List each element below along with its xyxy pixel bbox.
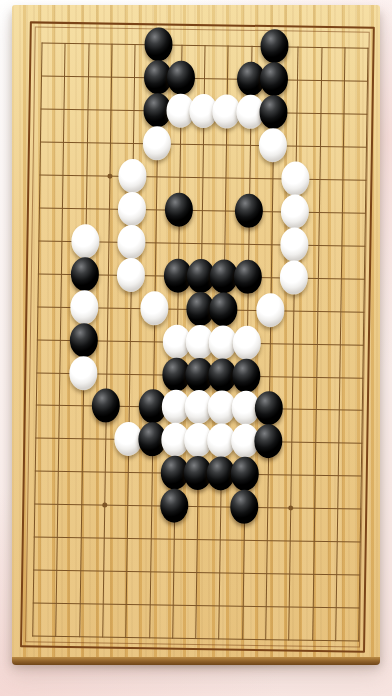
stone-black: [234, 193, 263, 227]
stone-black: [210, 292, 239, 326]
stone-white: [281, 161, 310, 195]
stone-black: [69, 323, 98, 357]
stone-white: [70, 290, 99, 324]
stone-black: [91, 389, 120, 423]
stone-black: [230, 457, 259, 491]
stone-white: [256, 293, 285, 327]
stone-white: [118, 192, 147, 226]
stone-white: [280, 227, 309, 261]
stone-black: [233, 259, 262, 293]
stone-white: [69, 356, 98, 390]
stone-white: [118, 159, 147, 193]
stone-white: [117, 257, 146, 291]
star-point: [289, 506, 294, 511]
stone-black: [232, 358, 261, 392]
star-point: [107, 173, 112, 178]
board-bottom-edge: [12, 657, 380, 665]
photo-backdrop: [0, 0, 392, 696]
stone-white: [232, 325, 261, 359]
go-board: [12, 5, 380, 661]
star-point: [102, 503, 107, 508]
stone-white: [140, 291, 169, 325]
stone-white: [117, 224, 146, 258]
board-grid[interactable]: [32, 43, 368, 642]
stone-black: [164, 192, 193, 226]
stone-black: [70, 257, 99, 291]
stone-white: [280, 260, 309, 294]
stone-black: [255, 391, 284, 425]
stone-white: [281, 194, 310, 228]
stone-white: [142, 126, 171, 160]
stone-white: [259, 128, 288, 162]
stone-black: [144, 27, 173, 61]
stone-black: [259, 95, 288, 129]
stone-black: [167, 60, 196, 94]
stone-black: [230, 490, 259, 524]
stone-black: [160, 489, 189, 523]
stone-white: [71, 224, 100, 258]
stone-black: [254, 424, 283, 458]
board-tilt: [7, 2, 385, 664]
stone-black: [260, 62, 289, 96]
stone-black: [260, 29, 289, 63]
